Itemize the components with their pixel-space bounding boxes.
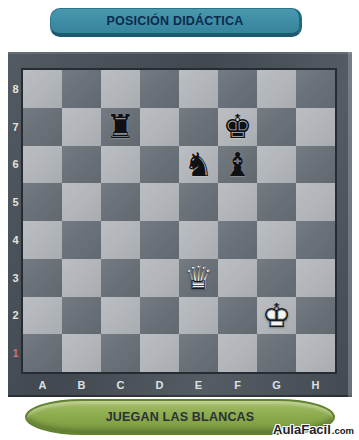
board-square-c2 — [101, 297, 140, 335]
board-square-h4 — [296, 221, 335, 259]
board-square-a2 — [23, 297, 62, 335]
board-square-b8 — [62, 70, 101, 108]
file-label-a: A — [23, 377, 62, 393]
chess-board: 87654321 ♜♚♞♝♛♕♚♔ ABCDEFGH — [8, 52, 352, 397]
board-square-e1 — [179, 334, 218, 372]
board-square-g5 — [257, 183, 296, 221]
board-square-e4 — [179, 221, 218, 259]
to-move-banner-label: JUEGAN LAS BLANCAS — [106, 410, 255, 424]
board-square-g3 — [257, 259, 296, 297]
board-square-h7 — [296, 108, 335, 146]
rank-label-8: 8 — [8, 70, 23, 108]
board-square-b4 — [62, 221, 101, 259]
file-labels: ABCDEFGH — [23, 377, 335, 393]
board-square-g6 — [257, 146, 296, 184]
board-square-g1 — [257, 334, 296, 372]
rank-label-4: 4 — [8, 221, 23, 259]
board-square-d7 — [140, 108, 179, 146]
board-square-a1 — [23, 334, 62, 372]
board-square-c7: ♜ — [101, 108, 140, 146]
watermark: AulaFacil .com — [273, 422, 354, 437]
board-square-f4 — [218, 221, 257, 259]
board-square-e7 — [179, 108, 218, 146]
board-square-g4 — [257, 221, 296, 259]
board-square-b2 — [62, 297, 101, 335]
watermark-brand: AulaFacil — [273, 422, 331, 437]
board-square-b3 — [62, 259, 101, 297]
board-grid: ♜♚♞♝♛♕♚♔ — [23, 70, 335, 372]
board-square-c3 — [101, 259, 140, 297]
board-square-h5 — [296, 183, 335, 221]
board-square-h6 — [296, 146, 335, 184]
file-label-h: H — [296, 377, 335, 393]
board-square-b1 — [62, 334, 101, 372]
board-square-h3 — [296, 259, 335, 297]
board-square-d6 — [140, 146, 179, 184]
board-square-h2 — [296, 297, 335, 335]
board-square-b7 — [62, 108, 101, 146]
board-square-f5 — [218, 183, 257, 221]
file-label-f: F — [218, 377, 257, 393]
board-square-a4 — [23, 221, 62, 259]
board-square-g7 — [257, 108, 296, 146]
rank-label-3: 3 — [8, 259, 23, 297]
board-square-d8 — [140, 70, 179, 108]
board-square-d4 — [140, 221, 179, 259]
board-square-a8 — [23, 70, 62, 108]
board-square-c1 — [101, 334, 140, 372]
file-label-e: E — [179, 377, 218, 393]
file-label-b: B — [62, 377, 101, 393]
rank-label-6: 6 — [8, 146, 23, 184]
board-square-f2 — [218, 297, 257, 335]
board-square-e2 — [179, 297, 218, 335]
rank-label-7: 7 — [8, 108, 23, 146]
file-label-c: C — [101, 377, 140, 393]
title-banner: POSICIÓN DIDÁCTICA — [50, 8, 302, 37]
board-square-g8 — [257, 70, 296, 108]
title-banner-label: POSICIÓN DIDÁCTICA — [107, 14, 244, 28]
rank-label-1: 1 — [8, 334, 23, 372]
board-square-h1 — [296, 334, 335, 372]
chess-piece-black-knight: ♞ — [184, 148, 214, 181]
board-square-d3 — [140, 259, 179, 297]
chess-piece-white-queen: ♛♕ — [184, 261, 214, 294]
board-square-c8 — [101, 70, 140, 108]
board-square-f3 — [218, 259, 257, 297]
file-label-g: G — [257, 377, 296, 393]
board-square-c4 — [101, 221, 140, 259]
chess-piece-black-rook: ♜ — [106, 110, 136, 143]
file-label-d: D — [140, 377, 179, 393]
board-square-h8 — [296, 70, 335, 108]
board-square-c6 — [101, 146, 140, 184]
rank-labels: 87654321 — [8, 70, 23, 372]
watermark-suffix: .com — [332, 425, 354, 436]
board-square-d1 — [140, 334, 179, 372]
board-square-e8 — [179, 70, 218, 108]
board-square-c5 — [101, 183, 140, 221]
board-square-b6 — [62, 146, 101, 184]
page-background: POSICIÓN DIDÁCTICA 87654321 ♜♚♞♝♛♕♚♔ ABC… — [0, 0, 359, 440]
rank-label-5: 5 — [8, 183, 23, 221]
piece-outline: ♕ — [184, 258, 214, 297]
board-square-f1 — [218, 334, 257, 372]
board-square-e3: ♛♕ — [179, 259, 218, 297]
board-square-e6: ♞ — [179, 146, 218, 184]
board-square-a7 — [23, 108, 62, 146]
board-square-a3 — [23, 259, 62, 297]
chess-piece-black-king: ♚ — [223, 110, 253, 143]
piece-outline: ♔ — [262, 296, 292, 335]
board-square-a5 — [23, 183, 62, 221]
board-square-d2 — [140, 297, 179, 335]
board-square-d5 — [140, 183, 179, 221]
board-square-f6: ♝ — [218, 146, 257, 184]
board-square-f8 — [218, 70, 257, 108]
board-square-g2: ♚♔ — [257, 297, 296, 335]
rank-label-2: 2 — [8, 297, 23, 335]
board-square-f7: ♚ — [218, 108, 257, 146]
board-square-b5 — [62, 183, 101, 221]
board-square-a6 — [23, 146, 62, 184]
chess-piece-black-bishop: ♝ — [223, 148, 253, 181]
chess-piece-white-king: ♚♔ — [262, 299, 292, 332]
board-square-e5 — [179, 183, 218, 221]
